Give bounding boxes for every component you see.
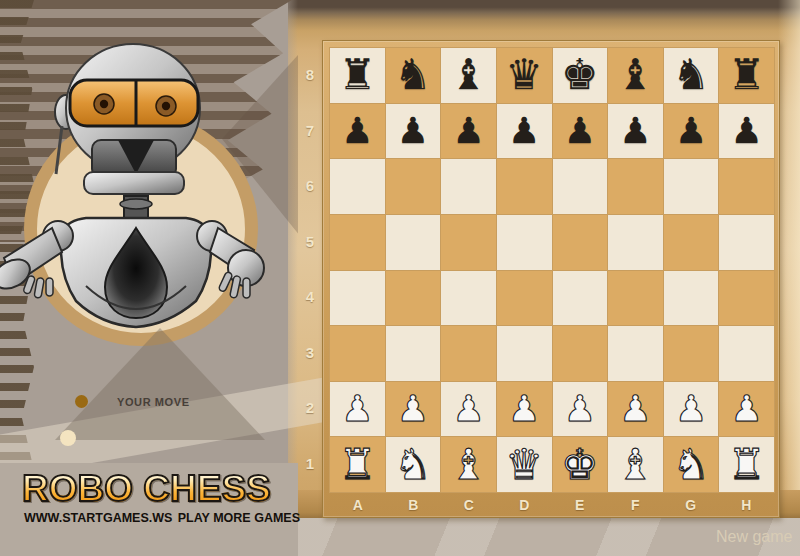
piece-black-bishop[interactable]: ♝: [617, 54, 655, 96]
square-c1[interactable]: ♝: [441, 437, 496, 492]
square-f4[interactable]: [608, 271, 663, 326]
piece-white-rook[interactable]: ♜: [338, 444, 376, 486]
robot-mascot-illustration: [0, 24, 272, 342]
piece-black-pawn[interactable]: ♟: [619, 113, 651, 149]
file-label-g: G: [663, 491, 719, 518]
square-b6[interactable]: [386, 159, 441, 214]
square-c6[interactable]: [441, 159, 496, 214]
square-h4[interactable]: [719, 271, 774, 326]
piece-white-pawn[interactable]: ♟: [675, 391, 707, 427]
square-e3[interactable]: [553, 326, 608, 381]
square-a2[interactable]: ♟: [330, 382, 385, 437]
square-a7[interactable]: ♟: [330, 104, 385, 159]
piece-black-pawn[interactable]: ♟: [341, 113, 373, 149]
branding-line: WWW.STARTGAMES.WS PLAY MORE GAMES: [24, 511, 300, 525]
square-c3[interactable]: [441, 326, 496, 381]
piece-white-pawn[interactable]: ♟: [564, 391, 596, 427]
chess-board-squares: ♜♞♝♛♚♝♞♜♟♟♟♟♟♟♟♟♟♟♟♟♟♟♟♟♜♞♝♛♚♝♞♜: [329, 47, 775, 493]
square-e7[interactable]: ♟: [553, 104, 608, 159]
rank-labels: 87654321: [298, 47, 322, 491]
file-label-b: B: [386, 491, 442, 518]
square-b2[interactable]: ♟: [386, 382, 441, 437]
square-h7[interactable]: ♟: [719, 104, 774, 159]
piece-black-pawn[interactable]: ♟: [508, 113, 540, 149]
square-b4[interactable]: [386, 271, 441, 326]
square-e8[interactable]: ♚: [553, 48, 608, 103]
square-h3[interactable]: [719, 326, 774, 381]
play-more-games-link[interactable]: PLAY MORE GAMES: [178, 511, 300, 525]
square-b3[interactable]: [386, 326, 441, 381]
piece-black-rook[interactable]: ♜: [338, 54, 376, 96]
piece-black-pawn[interactable]: ♟: [731, 113, 763, 149]
robot-antenna: [56, 126, 62, 174]
rank-label-2: 2: [298, 380, 322, 436]
piece-black-pawn[interactable]: ♟: [675, 113, 707, 149]
file-label-e: E: [552, 491, 608, 518]
square-g1[interactable]: ♞: [664, 437, 719, 492]
opponent-indicator-dot: [60, 430, 76, 446]
square-c7[interactable]: ♟: [441, 104, 496, 159]
piece-black-knight[interactable]: ♞: [394, 54, 432, 96]
decorative-shard: [55, 328, 265, 440]
square-b1[interactable]: ♞: [386, 437, 441, 492]
piece-white-queen[interactable]: ♛: [505, 444, 543, 486]
square-d5[interactable]: [497, 215, 552, 270]
square-f5[interactable]: [608, 215, 663, 270]
chess-board: ♜♞♝♛♚♝♞♜♟♟♟♟♟♟♟♟♟♟♟♟♟♟♟♟♜♞♝♛♚♝♞♜: [322, 40, 780, 518]
piece-black-knight[interactable]: ♞: [672, 54, 710, 96]
robot-chin: [84, 172, 184, 194]
your-move-label: YOUR MOVE: [117, 396, 190, 408]
file-label-h: H: [719, 491, 775, 518]
piece-white-pawn[interactable]: ♟: [341, 391, 373, 427]
file-labels: ABCDEFGH: [330, 491, 774, 518]
square-a6[interactable]: [330, 159, 385, 214]
square-d4[interactable]: [497, 271, 552, 326]
piece-white-pawn[interactable]: ♟: [619, 391, 651, 427]
square-a3[interactable]: [330, 326, 385, 381]
square-g2[interactable]: ♟: [664, 382, 719, 437]
square-e6[interactable]: [553, 159, 608, 214]
square-a4[interactable]: [330, 271, 385, 326]
square-d2[interactable]: ♟: [497, 382, 552, 437]
square-a1[interactable]: ♜: [330, 437, 385, 492]
square-f8[interactable]: ♝: [608, 48, 663, 103]
square-b8[interactable]: ♞: [386, 48, 441, 103]
piece-white-bishop[interactable]: ♝: [617, 444, 655, 486]
piece-white-pawn[interactable]: ♟: [452, 391, 484, 427]
square-e1[interactable]: ♚: [553, 437, 608, 492]
piece-black-pawn[interactable]: ♟: [564, 113, 596, 149]
piece-black-bishop[interactable]: ♝: [450, 54, 488, 96]
square-h8[interactable]: ♜: [719, 48, 774, 103]
piece-black-king[interactable]: ♚: [561, 54, 599, 96]
square-g4[interactable]: [664, 271, 719, 326]
square-h5[interactable]: [719, 215, 774, 270]
square-f6[interactable]: [608, 159, 663, 214]
rank-label-1: 1: [298, 436, 322, 492]
piece-white-pawn[interactable]: ♟: [397, 391, 429, 427]
piece-white-rook[interactable]: ♜: [728, 444, 766, 486]
square-f1[interactable]: ♝: [608, 437, 663, 492]
piece-white-pawn[interactable]: ♟: [508, 391, 540, 427]
square-c8[interactable]: ♝: [441, 48, 496, 103]
piece-white-knight[interactable]: ♞: [672, 444, 710, 486]
square-h6[interactable]: [719, 159, 774, 214]
square-g5[interactable]: [664, 215, 719, 270]
piece-black-rook[interactable]: ♜: [728, 54, 766, 96]
square-d6[interactable]: [497, 159, 552, 214]
rank-label-5: 5: [298, 214, 322, 270]
rank-label-6: 6: [298, 158, 322, 214]
rank-label-3: 3: [298, 325, 322, 381]
square-f7[interactable]: ♟: [608, 104, 663, 159]
square-c4[interactable]: [441, 271, 496, 326]
robot-visor: [70, 80, 198, 126]
file-label-f: F: [608, 491, 664, 518]
square-f2[interactable]: ♟: [608, 382, 663, 437]
square-d8[interactable]: ♛: [497, 48, 552, 103]
new-game-button[interactable]: New game: [716, 528, 792, 546]
square-e5[interactable]: [553, 215, 608, 270]
square-g6[interactable]: [664, 159, 719, 214]
piece-black-queen[interactable]: ♛: [505, 54, 543, 96]
rank-label-4: 4: [298, 269, 322, 325]
square-b5[interactable]: [386, 215, 441, 270]
square-b7[interactable]: ♟: [386, 104, 441, 159]
square-f3[interactable]: [608, 326, 663, 381]
square-g7[interactable]: ♟: [664, 104, 719, 159]
square-c2[interactable]: ♟: [441, 382, 496, 437]
robo-chess-logo: ROBO CHESS: [22, 470, 300, 508]
square-g3[interactable]: [664, 326, 719, 381]
robo-chess-app: YOUR MOVE ROBO CHESS WWW.STARTGAMES.WS P…: [0, 0, 800, 556]
left-panel: YOUR MOVE ROBO CHESS WWW.STARTGAMES.WS P…: [0, 0, 298, 556]
square-a8[interactable]: ♜: [330, 48, 385, 103]
rank-label-7: 7: [298, 103, 322, 159]
square-h1[interactable]: ♜: [719, 437, 774, 492]
piece-white-knight[interactable]: ♞: [394, 444, 432, 486]
square-d3[interactable]: [497, 326, 552, 381]
square-e2[interactable]: ♟: [553, 382, 608, 437]
square-e4[interactable]: [553, 271, 608, 326]
file-label-d: D: [497, 491, 553, 518]
file-label-c: C: [441, 491, 497, 518]
square-h2[interactable]: ♟: [719, 382, 774, 437]
piece-black-pawn[interactable]: ♟: [452, 113, 484, 149]
your-move-indicator-dot: [75, 395, 88, 408]
square-d1[interactable]: ♛: [497, 437, 552, 492]
square-c5[interactable]: [441, 215, 496, 270]
website-link[interactable]: WWW.STARTGAMES.WS: [24, 511, 172, 525]
square-d7[interactable]: ♟: [497, 104, 552, 159]
square-g8[interactable]: ♞: [664, 48, 719, 103]
file-label-a: A: [330, 491, 386, 518]
piece-white-bishop[interactable]: ♝: [450, 444, 488, 486]
piece-black-pawn[interactable]: ♟: [397, 113, 429, 149]
piece-white-king[interactable]: ♚: [561, 444, 599, 486]
square-a5[interactable]: [330, 215, 385, 270]
piece-white-pawn[interactable]: ♟: [731, 391, 763, 427]
rank-label-8: 8: [298, 47, 322, 103]
